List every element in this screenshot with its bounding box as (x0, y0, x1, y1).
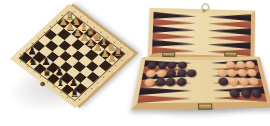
backgammon-base (131, 57, 270, 110)
backgammon-point-red (137, 95, 192, 104)
backgammon-base-field (137, 60, 267, 104)
chess-square: ♜ (111, 49, 124, 60)
clasp-icon (197, 103, 212, 110)
chess-piece-light: ♜ (113, 48, 122, 57)
checker-dark (176, 78, 186, 86)
chess-set: ♜♟♟♜♞♟♟♞♝♟♟♝♛♟♟♛♚♟♟♚♝♟♟♝♞♟♟♞♜♟♟♜ (0, 0, 140, 126)
checker-light (235, 61, 245, 68)
hinge-icon (162, 52, 175, 57)
backgammon-point-dark (152, 40, 195, 48)
checker-dark (187, 69, 197, 77)
backgammon-point-red (208, 34, 251, 42)
backgammon-point-dark (208, 27, 251, 35)
checker-dark (165, 78, 176, 86)
backgammon-point-dark (139, 87, 192, 95)
backgammon-point-dark (153, 12, 196, 20)
checker-dark (176, 70, 186, 78)
backgammon-case (136, 0, 270, 126)
backgammon-lid-field (152, 12, 251, 56)
checker-dark (177, 62, 187, 69)
backgammon-point-dark (208, 13, 251, 21)
backgammon-point-dark (207, 41, 250, 49)
backgammon-point-red (208, 20, 251, 28)
checker-dark (229, 89, 240, 98)
checker-light (226, 61, 236, 68)
backgammon-point-dark (153, 26, 196, 34)
backgammon-point-red (153, 19, 196, 27)
hanging-ring-mount (203, 9, 206, 12)
checker-dark (157, 62, 167, 69)
backgammon-point-red (153, 33, 196, 41)
hinge-icon (224, 52, 237, 57)
checker-light (228, 78, 239, 86)
checker-dark (167, 62, 177, 69)
checker-dark (217, 78, 228, 86)
checker-light (217, 69, 227, 77)
checker-light (245, 61, 256, 68)
backgammon-set (138, 0, 270, 126)
checker-light (156, 70, 167, 78)
checker-light (227, 69, 238, 77)
